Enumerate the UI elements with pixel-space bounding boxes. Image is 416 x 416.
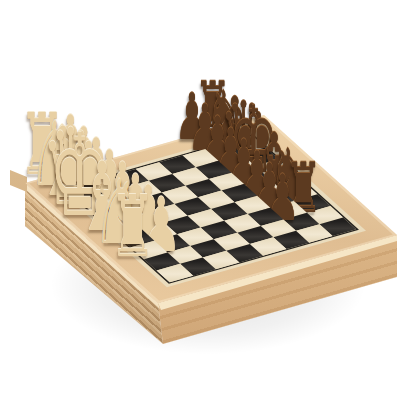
chess-piece-black-pawn: ♟	[175, 84, 209, 148]
chess-piece-white-pawn: ♟	[50, 106, 90, 181]
chess-piece-white-rook: ♜	[19, 102, 65, 187]
chess-piece-black-rook: ♜	[194, 73, 231, 142]
product-photo: ♜♞♝♛♚♝♞♜♟♟♟♟♟♟♟♟♟♟♟♟♟♟♟♟♜♞♝♛♚♝♞♜	[0, 0, 416, 416]
